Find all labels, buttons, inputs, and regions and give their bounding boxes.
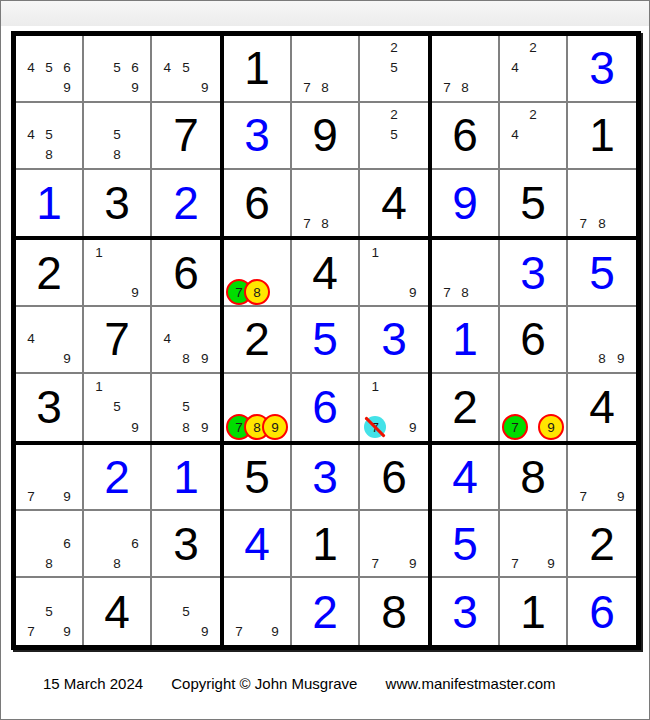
cell-r9c4[interactable]: 79 [224, 578, 292, 645]
candidate-9: 9 [195, 621, 214, 642]
empty-candidate-slot [542, 376, 560, 397]
cell-r8c7[interactable]: 5 [432, 511, 500, 578]
empty-candidate-slot [298, 172, 316, 193]
candidate-digit: 7 [235, 420, 243, 435]
empty-candidate-slot [177, 309, 196, 329]
empty-candidate-slot [524, 396, 542, 417]
cell-r2c6[interactable]: 25 [360, 103, 428, 170]
pencil-marks: 24 [500, 36, 566, 101]
empty-candidate-slot [108, 105, 126, 125]
empty-candidate-slot [574, 447, 593, 467]
cell-r6c5[interactable]: 6 [292, 374, 360, 441]
empty-candidate-slot [40, 533, 58, 553]
candidate-digit: 8 [321, 216, 329, 231]
empty-candidate-slot [403, 105, 422, 125]
cell-r2c7[interactable]: 6 [432, 103, 500, 170]
cell-r7c3[interactable]: 1 [152, 445, 220, 512]
empty-candidate-slot [266, 242, 284, 262]
footer-date: 15 March 2024 [43, 675, 143, 692]
empty-candidate-slot [22, 533, 40, 553]
cell-r6c8[interactable]: 79 [500, 374, 568, 441]
candidate-digit: 9 [409, 285, 417, 300]
candidate-digit: 7 [443, 80, 451, 95]
empty-candidate-slot [22, 447, 40, 467]
candidate-digit: 5 [113, 127, 121, 142]
candidate-digit: 8 [253, 285, 261, 300]
cell-r1c8[interactable]: 24 [500, 36, 568, 103]
empty-candidate-slot [366, 396, 385, 417]
cell-r3c5[interactable]: 78 [292, 170, 360, 237]
empty-candidate-slot [385, 262, 404, 282]
solved-digit: 2 [152, 170, 220, 237]
box-1-2: 1782539256784 [222, 34, 430, 238]
given-digit: 4 [568, 374, 636, 441]
candidate-8: 8 [593, 349, 612, 369]
cell-r2c5[interactable]: 9 [292, 103, 360, 170]
cell-r6c4[interactable]: 789 [224, 374, 292, 441]
candidate-digit: 8 [253, 420, 261, 435]
empty-candidate-slot [385, 533, 404, 553]
cell-r3c4[interactable]: 6 [224, 170, 292, 237]
cell-r1c3[interactable]: 459 [152, 36, 220, 103]
given-digit: 4 [84, 578, 150, 645]
pencil-marks: 589 [152, 374, 220, 441]
cell-r6c1[interactable]: 3 [16, 374, 84, 441]
empty-candidate-slot [542, 513, 560, 533]
empty-candidate-slot [40, 38, 58, 58]
empty-candidate-slot [90, 282, 108, 302]
cell-r6c6[interactable]: 179 [360, 374, 428, 441]
empty-candidate-slot [316, 38, 334, 58]
solved-digit: 5 [432, 511, 498, 576]
candidate-9: 9 [611, 487, 630, 507]
cell-r4c5[interactable]: 4 [292, 240, 360, 307]
empty-candidate-slot [366, 513, 385, 533]
empty-candidate-slot [385, 242, 404, 262]
cell-r6c3[interactable]: 589 [152, 374, 220, 441]
candidate-9: 9 [195, 78, 214, 98]
cell-r6c9[interactable]: 4 [568, 374, 636, 441]
empty-candidate-slot [158, 417, 177, 438]
empty-candidate-slot [366, 262, 385, 282]
cell-r3c3[interactable]: 2 [152, 170, 220, 237]
cell-r7c2[interactable]: 2 [84, 445, 152, 512]
empty-candidate-slot [366, 282, 385, 302]
cell-r8c9[interactable]: 2 [568, 511, 636, 578]
empty-candidate-slot [126, 125, 144, 145]
empty-candidate-slot [403, 145, 422, 165]
empty-candidate-slot [90, 145, 108, 165]
candidate-8: 8 [108, 145, 126, 165]
pencil-marks: 78 [292, 36, 358, 101]
given-digit: 7 [84, 307, 150, 372]
candidate-8: 8 [456, 78, 474, 98]
empty-candidate-slot [506, 513, 524, 533]
empty-candidate-slot [108, 78, 126, 98]
cell-r4c1[interactable]: 2 [16, 240, 84, 307]
given-digit: 5 [224, 445, 290, 510]
box-1-1: 4569569459458587132 [14, 34, 222, 238]
solved-digit: 9 [432, 170, 498, 237]
footer-copyright: Copyright © John Musgrave [171, 675, 357, 692]
cell-r1c5[interactable]: 78 [292, 36, 360, 103]
candidate-9-highlight-yellow: 9 [542, 417, 560, 438]
cell-r9c8[interactable]: 1 [500, 578, 568, 645]
candidate-digit: 5 [45, 60, 53, 75]
cell-r4c3[interactable]: 6 [152, 240, 220, 307]
candidate-7: 7 [230, 621, 248, 642]
candidate-5: 5 [40, 58, 58, 78]
given-digit: 6 [432, 103, 498, 168]
candidate-digit: 6 [131, 536, 139, 551]
empty-candidate-slot [524, 78, 542, 98]
empty-candidate-slot [542, 78, 560, 98]
cell-r1c7[interactable]: 78 [432, 36, 500, 103]
candidate-digit: 9 [409, 556, 417, 571]
cell-r1c1[interactable]: 4569 [16, 36, 84, 103]
empty-candidate-slot [90, 396, 108, 417]
empty-candidate-slot [611, 467, 630, 487]
empty-candidate-slot [385, 376, 404, 397]
cell-r5c6[interactable]: 3 [360, 307, 428, 374]
cell-r7c7[interactable]: 4 [432, 445, 500, 512]
cell-r5c7[interactable]: 1 [432, 307, 500, 374]
cell-r3c2[interactable]: 3 [84, 170, 152, 237]
cell-r9c3[interactable]: 59 [152, 578, 220, 645]
empty-candidate-slot [158, 38, 177, 58]
empty-candidate-slot [195, 58, 214, 78]
cell-r9c9[interactable]: 6 [568, 578, 636, 645]
empty-candidate-slot [506, 38, 524, 58]
cell-r8c2[interactable]: 68 [84, 511, 152, 578]
cell-r3c9[interactable]: 78 [568, 170, 636, 237]
candidate-7: 7 [574, 487, 593, 507]
cell-r4c6[interactable]: 19 [360, 240, 428, 307]
empty-candidate-slot [58, 309, 76, 329]
cell-r1c9[interactable]: 3 [568, 36, 636, 103]
candidate-4: 4 [158, 329, 177, 349]
empty-candidate-slot [366, 125, 385, 145]
candidate-digit: 9 [63, 351, 71, 366]
cell-r3c6[interactable]: 4 [360, 170, 428, 237]
candidate-9: 9 [58, 621, 76, 642]
empty-candidate-slot [22, 78, 40, 98]
empty-candidate-slot [158, 309, 177, 329]
empty-candidate-slot [195, 580, 214, 601]
given-digit: 1 [568, 103, 636, 168]
pencil-marks: 25 [360, 103, 428, 168]
empty-candidate-slot [126, 396, 144, 417]
given-digit: 7 [152, 103, 220, 168]
pencil-marks: 159 [84, 374, 150, 441]
empty-candidate-slot [593, 487, 612, 507]
candidate-digit: 5 [390, 127, 398, 142]
candidate-digit: 5 [45, 604, 53, 619]
empty-candidate-slot [438, 242, 456, 262]
candidate-7: 7 [298, 78, 316, 98]
candidate-digit: 9 [63, 489, 71, 504]
candidate-digit: 4 [511, 127, 519, 142]
cell-r4c4[interactable]: 78 [224, 240, 292, 307]
candidate-digit: 6 [131, 60, 139, 75]
empty-candidate-slot [58, 105, 76, 125]
cell-r4c7[interactable]: 78 [432, 240, 500, 307]
empty-candidate-slot [22, 309, 40, 329]
cell-r1c4[interactable]: 1 [224, 36, 292, 103]
empty-candidate-slot [126, 553, 144, 573]
empty-candidate-slot [248, 376, 266, 397]
empty-candidate-slot [524, 376, 542, 397]
cell-r5c2[interactable]: 7 [84, 307, 152, 374]
cell-r9c7[interactable]: 3 [432, 578, 500, 645]
candidate-digit: 8 [113, 556, 121, 571]
candidate-7-highlight-green: 7 [506, 417, 524, 438]
empty-candidate-slot [58, 38, 76, 58]
given-digit: 6 [360, 445, 428, 510]
empty-candidate-slot [506, 78, 524, 98]
candidate-digit: 9 [201, 80, 209, 95]
empty-candidate-slot [366, 38, 385, 58]
cell-r4c2[interactable]: 19 [84, 240, 152, 307]
candidate-digit: 1 [372, 245, 380, 260]
empty-candidate-slot [90, 262, 108, 282]
cell-r2c2[interactable]: 58 [84, 103, 152, 170]
empty-candidate-slot [456, 262, 474, 282]
candidate-digit: 9 [131, 285, 139, 300]
given-digit: 2 [568, 511, 636, 576]
box-2-2: 784192537896179 [222, 238, 430, 442]
empty-candidate-slot [574, 329, 593, 349]
cell-r5c4[interactable]: 2 [224, 307, 292, 374]
cell-r6c7[interactable]: 2 [432, 374, 500, 441]
solved-digit: 5 [568, 240, 636, 305]
cell-r7c9[interactable]: 79 [568, 445, 636, 512]
cell-r7c4[interactable]: 5 [224, 445, 292, 512]
given-digit: 2 [224, 307, 290, 372]
candidate-digit: 9 [271, 624, 279, 639]
empty-candidate-slot [40, 621, 58, 642]
empty-candidate-slot [58, 580, 76, 601]
candidate-9: 9 [126, 417, 144, 438]
empty-candidate-slot [506, 145, 524, 165]
pencil-marks: 79 [568, 445, 636, 510]
empty-candidate-slot [403, 396, 422, 417]
cell-r2c8[interactable]: 24 [500, 103, 568, 170]
cell-r3c8[interactable]: 5 [500, 170, 568, 237]
candidate-9: 9 [403, 282, 422, 302]
empty-candidate-slot [456, 242, 474, 262]
cell-r4c9[interactable]: 5 [568, 240, 636, 307]
empty-candidate-slot [108, 417, 126, 438]
candidate-1: 1 [90, 376, 108, 397]
empty-candidate-slot [593, 172, 612, 193]
empty-candidate-slot [158, 78, 177, 98]
cell-r7c6[interactable]: 6 [360, 445, 428, 512]
candidate-digit: 7 [580, 216, 588, 231]
empty-candidate-slot [474, 78, 492, 98]
candidate-digit: 5 [182, 604, 190, 619]
empty-candidate-slot [593, 309, 612, 329]
empty-candidate-slot [126, 38, 144, 58]
candidate-digit: 9 [201, 624, 209, 639]
candidate-digit: 8 [45, 556, 53, 571]
empty-candidate-slot [334, 38, 352, 58]
candidate-digit: 5 [113, 399, 121, 414]
empty-candidate-slot [40, 467, 58, 487]
cell-r8c6[interactable]: 79 [360, 511, 428, 578]
cell-r9c1[interactable]: 579 [16, 578, 84, 645]
candidate-8: 8 [316, 78, 334, 98]
empty-candidate-slot [248, 242, 266, 262]
empty-candidate-slot [403, 533, 422, 553]
empty-candidate-slot [334, 192, 352, 213]
cell-r2c4[interactable]: 3 [224, 103, 292, 170]
candidate-digit: 1 [95, 379, 103, 394]
solved-digit: 5 [292, 307, 358, 372]
empty-candidate-slot [334, 213, 352, 234]
candidate-4: 4 [158, 58, 177, 78]
empty-candidate-slot [90, 38, 108, 58]
cell-r2c9[interactable]: 1 [568, 103, 636, 170]
cell-r2c3[interactable]: 7 [152, 103, 220, 170]
solved-digit: 1 [432, 307, 498, 372]
cell-r9c2[interactable]: 4 [84, 578, 152, 645]
empty-candidate-slot [574, 309, 593, 329]
candidate-digit: 5 [113, 60, 121, 75]
cell-r8c8[interactable]: 79 [500, 511, 568, 578]
candidate-5: 5 [177, 396, 196, 417]
empty-candidate-slot [456, 38, 474, 58]
candidate-digit: 8 [113, 147, 121, 162]
empty-candidate-slot [611, 447, 630, 467]
empty-candidate-slot [366, 145, 385, 165]
empty-candidate-slot [40, 513, 58, 533]
candidate-digit: 2 [529, 40, 537, 55]
empty-candidate-slot [40, 309, 58, 329]
candidate-digit: 7 [235, 285, 243, 300]
candidate-digit: 9 [63, 80, 71, 95]
candidate-digit: 6 [63, 60, 71, 75]
empty-candidate-slot [126, 105, 144, 125]
cell-r9c5[interactable]: 2 [292, 578, 360, 645]
candidate-7: 7 [22, 621, 40, 642]
cell-r6c2[interactable]: 159 [84, 374, 152, 441]
cell-r5c3[interactable]: 489 [152, 307, 220, 374]
candidate-digit: 8 [182, 351, 190, 366]
candidate-9: 9 [195, 417, 214, 438]
candidate-digit: 6 [63, 536, 71, 551]
sudoku-board: 4569569459458587132178253925678478243624… [11, 31, 641, 650]
empty-candidate-slot [177, 78, 196, 98]
pencil-marks: 79 [16, 445, 82, 510]
candidate-7: 7 [366, 553, 385, 573]
empty-candidate-slot [158, 376, 177, 397]
candidate-digit: 9 [63, 624, 71, 639]
empty-candidate-slot [542, 58, 560, 78]
candidate-2: 2 [385, 38, 404, 58]
empty-candidate-slot [177, 580, 196, 601]
cell-r8c1[interactable]: 68 [16, 511, 84, 578]
empty-candidate-slot [248, 621, 266, 642]
cell-r3c7[interactable]: 9 [432, 170, 500, 237]
empty-candidate-slot [230, 242, 248, 262]
cell-r5c5[interactable]: 5 [292, 307, 360, 374]
cell-r7c8[interactable]: 8 [500, 445, 568, 512]
cell-r1c6[interactable]: 25 [360, 36, 428, 103]
cell-r5c1[interactable]: 49 [16, 307, 84, 374]
solved-digit: 3 [500, 240, 566, 305]
candidate-2: 2 [524, 38, 542, 58]
candidate-4: 4 [22, 329, 40, 349]
pencil-marks: 78 [224, 240, 290, 305]
candidate-1: 1 [366, 242, 385, 262]
pencil-marks: 179 [360, 374, 428, 441]
empty-candidate-slot [298, 192, 316, 213]
empty-candidate-slot [126, 145, 144, 165]
cell-r1c2[interactable]: 569 [84, 36, 152, 103]
cell-r4c8[interactable]: 3 [500, 240, 568, 307]
pencil-marks: 79 [224, 578, 290, 645]
cell-r2c1[interactable]: 458 [16, 103, 84, 170]
empty-candidate-slot [542, 105, 560, 125]
given-digit: 3 [16, 374, 82, 441]
empty-candidate-slot [22, 105, 40, 125]
cell-r3c1[interactable]: 1 [16, 170, 84, 237]
cell-r8c5[interactable]: 1 [292, 511, 360, 578]
empty-candidate-slot [266, 601, 284, 622]
cell-r8c4[interactable]: 4 [224, 511, 292, 578]
candidate-digit: 8 [598, 351, 606, 366]
empty-candidate-slot [366, 105, 385, 125]
empty-candidate-slot [22, 513, 40, 533]
cell-r8c3[interactable]: 3 [152, 511, 220, 578]
cell-r7c5[interactable]: 3 [292, 445, 360, 512]
cell-r5c9[interactable]: 89 [568, 307, 636, 374]
given-digit: 4 [292, 240, 358, 305]
empty-candidate-slot [385, 145, 404, 165]
empty-candidate-slot [574, 467, 593, 487]
given-digit: 1 [500, 578, 566, 645]
candidate-digit: 5 [182, 399, 190, 414]
candidate-9: 9 [126, 282, 144, 302]
candidate-digit: 8 [45, 147, 53, 162]
empty-candidate-slot [266, 376, 284, 397]
cell-r7c1[interactable]: 79 [16, 445, 84, 512]
given-digit: 9 [292, 103, 358, 168]
candidate-5: 5 [108, 125, 126, 145]
given-digit: 6 [224, 170, 290, 237]
cell-r9c6[interactable]: 8 [360, 578, 428, 645]
candidate-digit: 7 [511, 556, 519, 571]
empty-candidate-slot [403, 262, 422, 282]
pencil-marks: 68 [16, 511, 82, 576]
footer-website: www.manifestmaster.com [386, 675, 556, 692]
empty-candidate-slot [593, 192, 612, 213]
given-digit: 8 [500, 445, 566, 510]
cell-r5c8[interactable]: 6 [500, 307, 568, 374]
candidate-7: 7 [298, 213, 316, 234]
solved-digit: 2 [84, 445, 150, 510]
empty-candidate-slot [574, 192, 593, 213]
candidate-8: 8 [316, 213, 334, 234]
empty-candidate-slot [40, 349, 58, 369]
solved-digit: 4 [432, 445, 498, 510]
candidate-9: 9 [195, 349, 214, 369]
pencil-marks: 489 [152, 307, 220, 372]
given-digit: 6 [152, 240, 220, 305]
solved-digit: 6 [568, 578, 636, 645]
empty-candidate-slot [195, 396, 214, 417]
